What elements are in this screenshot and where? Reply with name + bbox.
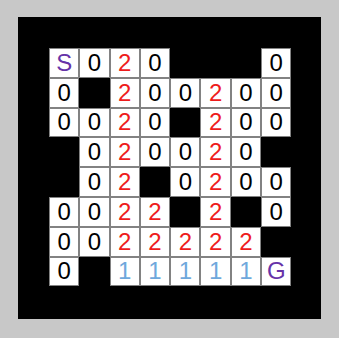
cell-r6c1: 0 <box>49 197 79 227</box>
cell-r2c7: 0 <box>231 78 261 108</box>
cell-r4c2: 0 <box>79 137 109 167</box>
cell-r2c4: 0 <box>140 78 170 108</box>
cell-r2c3: 2 <box>110 78 140 108</box>
wall-cell-r1c5 <box>170 48 200 78</box>
cell-r2c8: 0 <box>261 78 291 108</box>
cell-r6c4: 2 <box>140 197 170 227</box>
wall-cell-r2c2 <box>79 78 109 108</box>
cell-r1c1-start: S <box>49 48 79 78</box>
cell-r4c4: 0 <box>140 137 170 167</box>
cell-r3c6: 2 <box>200 108 230 138</box>
cell-r6c3: 2 <box>110 197 140 227</box>
wall-cell-r1c6 <box>200 48 230 78</box>
cell-r7c6: 2 <box>200 227 230 257</box>
maze-board: S020002002000020200020020020200002220002… <box>18 17 321 319</box>
cell-r4c5: 0 <box>170 137 200 167</box>
cell-r8c8-goal: G <box>261 257 291 287</box>
cell-r7c5: 2 <box>170 227 200 257</box>
cell-r2c6: 2 <box>200 78 230 108</box>
cell-r4c7: 0 <box>231 137 261 167</box>
cell-r3c1: 0 <box>49 108 79 138</box>
cell-r1c8: 0 <box>261 48 291 78</box>
cell-r2c5: 0 <box>170 78 200 108</box>
wall-cell-r4c1 <box>49 137 79 167</box>
cell-r1c3: 2 <box>110 48 140 78</box>
cell-r1c2: 0 <box>79 48 109 78</box>
wall-cell-r6c5 <box>170 197 200 227</box>
cell-r8c1: 0 <box>49 257 79 287</box>
cell-r5c8: 0 <box>261 167 291 197</box>
cell-r7c1: 0 <box>49 227 79 257</box>
cell-r6c8: 0 <box>261 197 291 227</box>
cell-r2c1: 0 <box>49 78 79 108</box>
wall-cell-r3c5 <box>170 108 200 138</box>
cell-r4c3: 2 <box>110 137 140 167</box>
cell-r6c2: 0 <box>79 197 109 227</box>
cell-r8c5: 1 <box>170 257 200 287</box>
cell-r8c6: 1 <box>200 257 230 287</box>
cell-r8c4: 1 <box>140 257 170 287</box>
cell-r6c6: 2 <box>200 197 230 227</box>
wall-cell-r5c1 <box>49 167 79 197</box>
cell-r3c8: 0 <box>261 108 291 138</box>
cell-r5c6: 2 <box>200 167 230 197</box>
wall-cell-r8c2 <box>79 257 109 287</box>
cell-r4c6: 2 <box>200 137 230 167</box>
cell-r8c3: 1 <box>110 257 140 287</box>
cell-r5c3: 2 <box>110 167 140 197</box>
cell-r7c2: 0 <box>79 227 109 257</box>
outer-frame: S020002002000020200020020020200002220002… <box>0 0 339 338</box>
cell-r5c2: 0 <box>79 167 109 197</box>
cell-r3c4: 0 <box>140 108 170 138</box>
cell-r1c4: 0 <box>140 48 170 78</box>
cell-r3c7: 0 <box>231 108 261 138</box>
cell-r5c7: 0 <box>231 167 261 197</box>
puzzle-grid: S020002002000020200020020020200002220002… <box>49 48 291 286</box>
cell-r7c7: 2 <box>231 227 261 257</box>
wall-cell-r4c8 <box>261 137 291 167</box>
cell-r5c5: 0 <box>170 167 200 197</box>
wall-cell-r6c7 <box>231 197 261 227</box>
cell-r8c7: 1 <box>231 257 261 287</box>
cell-r7c3: 2 <box>110 227 140 257</box>
wall-cell-r5c4 <box>140 167 170 197</box>
cell-r3c3: 2 <box>110 108 140 138</box>
wall-cell-r1c7 <box>231 48 261 78</box>
cell-r3c2: 0 <box>79 108 109 138</box>
wall-cell-r7c8 <box>261 227 291 257</box>
cell-r7c4: 2 <box>140 227 170 257</box>
